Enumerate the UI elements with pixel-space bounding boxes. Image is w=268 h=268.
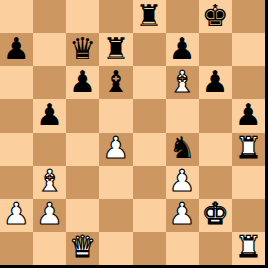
square-h2[interactable] [232, 199, 265, 232]
square-a2[interactable]: ♟ [0, 199, 33, 232]
square-e2[interactable] [133, 199, 166, 232]
square-f5[interactable] [166, 99, 199, 132]
square-b6[interactable] [33, 66, 66, 99]
square-h6[interactable] [232, 66, 265, 99]
square-c5[interactable] [66, 99, 99, 132]
square-g2[interactable]: ♚ [199, 199, 232, 232]
square-h5[interactable]: ♟ [232, 99, 265, 132]
piece-white-pawn: ♟ [3, 199, 30, 229]
square-f4[interactable]: ♞ [166, 133, 199, 166]
square-c6[interactable]: ♟ [66, 66, 99, 99]
square-d6[interactable]: ♝ [99, 66, 132, 99]
piece-black-bishop: ♝ [102, 67, 129, 97]
chess-board-frame: ♜♚♟♛♜♟♟♝♝♟♟♟♟♞♜♝♟♟♟♟♚♛♜ [0, 0, 268, 268]
square-d1[interactable] [99, 232, 132, 265]
square-e3[interactable] [133, 166, 166, 199]
square-g6[interactable]: ♟ [199, 66, 232, 99]
square-g5[interactable] [199, 99, 232, 132]
square-f6[interactable]: ♝ [166, 66, 199, 99]
square-d4[interactable]: ♟ [99, 133, 132, 166]
piece-black-pawn: ♟ [69, 67, 96, 97]
square-g4[interactable] [199, 133, 232, 166]
piece-white-pawn: ♟ [169, 166, 196, 196]
piece-black-pawn: ♟ [169, 34, 196, 64]
square-c8[interactable] [66, 0, 99, 33]
square-e6[interactable] [133, 66, 166, 99]
piece-black-pawn: ♟ [36, 100, 63, 130]
square-d7[interactable]: ♜ [99, 33, 132, 66]
square-a1[interactable] [0, 232, 33, 265]
piece-white-bishop: ♝ [169, 67, 196, 97]
square-d2[interactable] [99, 199, 132, 232]
piece-white-bishop: ♝ [36, 166, 63, 196]
piece-black-pawn: ♟ [3, 34, 30, 64]
piece-white-pawn: ♟ [102, 133, 129, 163]
square-a8[interactable] [0, 0, 33, 33]
square-h1[interactable]: ♜ [232, 232, 265, 265]
square-a3[interactable] [0, 166, 33, 199]
square-c2[interactable] [66, 199, 99, 232]
square-d5[interactable] [99, 99, 132, 132]
square-a5[interactable] [0, 99, 33, 132]
piece-black-rook: ♜ [136, 1, 163, 31]
square-c1[interactable]: ♛ [66, 232, 99, 265]
square-h7[interactable] [232, 33, 265, 66]
piece-white-pawn: ♟ [169, 199, 196, 229]
square-d3[interactable] [99, 166, 132, 199]
square-c4[interactable] [66, 133, 99, 166]
square-e7[interactable] [133, 33, 166, 66]
square-g1[interactable] [199, 232, 232, 265]
square-f3[interactable]: ♟ [166, 166, 199, 199]
square-b2[interactable]: ♟ [33, 199, 66, 232]
square-h8[interactable] [232, 0, 265, 33]
piece-white-rook: ♜ [235, 133, 262, 163]
square-c3[interactable] [66, 166, 99, 199]
piece-black-queen: ♛ [69, 34, 96, 64]
square-e5[interactable] [133, 99, 166, 132]
square-g3[interactable] [199, 166, 232, 199]
piece-black-pawn: ♟ [202, 67, 229, 97]
square-e1[interactable] [133, 232, 166, 265]
square-b4[interactable] [33, 133, 66, 166]
square-a7[interactable]: ♟ [0, 33, 33, 66]
square-b3[interactable]: ♝ [33, 166, 66, 199]
square-h3[interactable] [232, 166, 265, 199]
square-b8[interactable] [33, 0, 66, 33]
square-a6[interactable] [0, 66, 33, 99]
square-e8[interactable]: ♜ [133, 0, 166, 33]
piece-white-king: ♚ [202, 199, 229, 229]
square-e4[interactable] [133, 133, 166, 166]
square-g8[interactable]: ♚ [199, 0, 232, 33]
piece-black-king: ♚ [202, 1, 229, 31]
square-b5[interactable]: ♟ [33, 99, 66, 132]
square-a4[interactable] [0, 133, 33, 166]
piece-white-rook: ♜ [235, 232, 262, 262]
square-f7[interactable]: ♟ [166, 33, 199, 66]
piece-black-rook: ♜ [102, 34, 129, 64]
piece-black-knight: ♞ [169, 133, 196, 163]
piece-black-pawn: ♟ [235, 100, 262, 130]
square-f2[interactable]: ♟ [166, 199, 199, 232]
piece-white-pawn: ♟ [36, 199, 63, 229]
chess-board: ♜♚♟♛♜♟♟♝♝♟♟♟♟♞♜♝♟♟♟♟♚♛♜ [0, 0, 265, 265]
piece-white-queen: ♛ [69, 232, 96, 262]
square-b7[interactable] [33, 33, 66, 66]
square-d8[interactable] [99, 0, 132, 33]
square-f1[interactable] [166, 232, 199, 265]
square-b1[interactable] [33, 232, 66, 265]
square-g7[interactable] [199, 33, 232, 66]
square-h4[interactable]: ♜ [232, 133, 265, 166]
square-f8[interactable] [166, 0, 199, 33]
square-c7[interactable]: ♛ [66, 33, 99, 66]
